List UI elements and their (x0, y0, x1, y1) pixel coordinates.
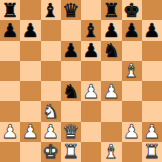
square-h3[interactable] (142, 101, 162, 121)
piece-white-king[interactable]: ♚ (42, 142, 59, 161)
square-h7[interactable]: ♟ (142, 20, 162, 40)
piece-white-bishop[interactable]: ♝ (103, 142, 120, 161)
square-d1[interactable]: ♜ (61, 142, 81, 162)
square-h1[interactable]: ♜ (142, 142, 162, 162)
piece-black-pawn[interactable]: ♟ (123, 20, 140, 39)
square-f5[interactable] (101, 61, 121, 81)
square-d3[interactable] (61, 101, 81, 121)
piece-white-rook[interactable]: ♜ (62, 142, 79, 161)
square-a2[interactable]: ♟ (0, 122, 20, 142)
square-a4[interactable] (0, 81, 20, 101)
square-d2[interactable]: ♛ (61, 122, 81, 142)
piece-white-knight[interactable]: ♞ (42, 101, 59, 120)
square-h5[interactable] (142, 61, 162, 81)
square-f1[interactable]: ♝ (101, 142, 121, 162)
square-b3[interactable] (20, 101, 40, 121)
piece-black-queen[interactable]: ♛ (62, 0, 79, 19)
square-g3[interactable] (122, 101, 142, 121)
piece-black-pawn[interactable]: ♟ (83, 41, 100, 60)
square-f3[interactable] (101, 101, 121, 121)
piece-white-pawn[interactable]: ♟ (83, 81, 100, 100)
piece-black-knight[interactable]: ♞ (103, 41, 120, 60)
square-a8[interactable]: ♜ (0, 0, 20, 20)
square-c2[interactable]: ♟ (41, 122, 61, 142)
square-h6[interactable] (142, 41, 162, 61)
square-c1[interactable]: ♚ (41, 142, 61, 162)
piece-black-bishop[interactable]: ♝ (42, 0, 59, 19)
square-e7[interactable]: ♝ (81, 20, 101, 40)
piece-black-pawn[interactable]: ♟ (143, 20, 160, 39)
square-e3[interactable] (81, 101, 101, 121)
piece-black-pawn[interactable]: ♟ (62, 41, 79, 60)
square-g2[interactable]: ♟ (122, 122, 142, 142)
square-g8[interactable]: ♚ (122, 0, 142, 20)
piece-white-rook[interactable]: ♜ (143, 142, 160, 161)
piece-black-king[interactable]: ♚ (123, 0, 140, 19)
piece-white-pawn[interactable]: ♟ (22, 122, 39, 141)
square-c3[interactable]: ♞ (41, 101, 61, 121)
square-g5[interactable]: ♝ (122, 61, 142, 81)
square-c4[interactable] (41, 81, 61, 101)
piece-black-bishop[interactable]: ♝ (83, 20, 100, 39)
square-c7[interactable] (41, 20, 61, 40)
square-c8[interactable]: ♝ (41, 0, 61, 20)
square-h4[interactable] (142, 81, 162, 101)
square-a5[interactable] (0, 61, 20, 81)
square-b1[interactable] (20, 142, 40, 162)
piece-white-queen[interactable]: ♛ (62, 122, 79, 141)
square-f4[interactable]: ♟ (101, 81, 121, 101)
piece-white-pawn[interactable]: ♟ (2, 122, 19, 141)
square-f8[interactable]: ♜ (101, 0, 121, 20)
square-e2[interactable] (81, 122, 101, 142)
square-e8[interactable] (81, 0, 101, 20)
square-b2[interactable]: ♟ (20, 122, 40, 142)
square-h2[interactable]: ♟ (142, 122, 162, 142)
square-e1[interactable] (81, 142, 101, 162)
square-b5[interactable] (20, 61, 40, 81)
piece-white-pawn[interactable]: ♟ (123, 122, 140, 141)
square-c6[interactable] (41, 41, 61, 61)
piece-white-bishop[interactable]: ♝ (123, 61, 140, 80)
square-e6[interactable]: ♟ (81, 41, 101, 61)
square-b7[interactable]: ♟ (20, 20, 40, 40)
square-a1[interactable] (0, 142, 20, 162)
square-g6[interactable] (122, 41, 142, 61)
piece-white-pawn[interactable]: ♟ (143, 122, 160, 141)
chess-board: ♜♝♛♜♚♟♟♝♟♟♟♟♟♞♝♞♟♟♞♟♟♟♛♟♟♚♜♝♜ (0, 0, 162, 162)
square-d6[interactable]: ♟ (61, 41, 81, 61)
square-f7[interactable]: ♟ (101, 20, 121, 40)
square-a3[interactable] (0, 101, 20, 121)
piece-white-pawn[interactable]: ♟ (103, 81, 120, 100)
square-g4[interactable] (122, 81, 142, 101)
piece-white-pawn[interactable]: ♟ (42, 122, 59, 141)
piece-black-knight[interactable]: ♞ (62, 81, 79, 100)
square-c5[interactable] (41, 61, 61, 81)
square-e4[interactable]: ♟ (81, 81, 101, 101)
square-b8[interactable] (20, 0, 40, 20)
square-f6[interactable]: ♞ (101, 41, 121, 61)
piece-black-pawn[interactable]: ♟ (22, 20, 39, 39)
square-a7[interactable]: ♟ (0, 20, 20, 40)
square-d8[interactable]: ♛ (61, 0, 81, 20)
square-e5[interactable] (81, 61, 101, 81)
square-d4[interactable]: ♞ (61, 81, 81, 101)
piece-black-pawn[interactable]: ♟ (103, 20, 120, 39)
piece-black-rook[interactable]: ♜ (103, 0, 120, 19)
square-g1[interactable] (122, 142, 142, 162)
square-g7[interactable]: ♟ (122, 20, 142, 40)
square-b4[interactable] (20, 81, 40, 101)
square-f2[interactable] (101, 122, 121, 142)
square-d7[interactable] (61, 20, 81, 40)
square-d5[interactable] (61, 61, 81, 81)
square-b6[interactable] (20, 41, 40, 61)
piece-black-rook[interactable]: ♜ (2, 0, 19, 19)
square-a6[interactable] (0, 41, 20, 61)
square-h8[interactable] (142, 0, 162, 20)
piece-black-pawn[interactable]: ♟ (2, 20, 19, 39)
